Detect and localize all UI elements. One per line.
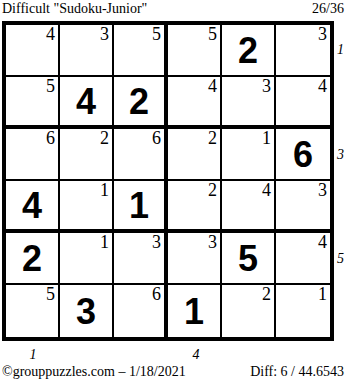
corner-mark: 4	[208, 77, 217, 95]
corner-mark: 1	[100, 233, 109, 251]
col-label-4: 4	[193, 348, 200, 362]
sudoku-grid: 4 3 5 5 2 3 5 4 2 4 3 4 6 2 6 2 1 6 4 1 …	[2, 21, 334, 341]
copyright-text: ©grouppuzzles.com – 1/18/2021	[2, 364, 186, 379]
cell-r3c4[interactable]: 2	[168, 129, 222, 181]
cell-r6c1[interactable]: 5	[6, 285, 60, 337]
cell-r6c3[interactable]: 6	[114, 285, 168, 337]
corner-mark: 2	[208, 181, 217, 199]
corner-mark: 3	[100, 25, 109, 43]
corner-mark: 1	[262, 129, 271, 147]
cell-r1c1[interactable]: 4	[6, 25, 60, 77]
corner-mark: 4	[262, 181, 271, 199]
corner-mark: 4	[318, 77, 327, 95]
cell-r4c4[interactable]: 2	[168, 181, 222, 233]
cell-r5c5[interactable]: 5	[222, 233, 276, 285]
cell-r5c3[interactable]: 3	[114, 233, 168, 285]
given-digit: 5	[238, 241, 258, 277]
cell-r2c1[interactable]: 5	[6, 77, 60, 129]
corner-mark: 6	[152, 285, 161, 303]
cell-r2c4[interactable]: 4	[168, 77, 222, 129]
cell-r6c6[interactable]: 1	[276, 285, 330, 337]
cell-r6c2[interactable]: 3	[60, 285, 114, 337]
cell-r2c5[interactable]: 3	[222, 77, 276, 129]
cell-r1c2[interactable]: 3	[60, 25, 114, 77]
given-digit: 2	[129, 84, 149, 120]
puzzle-index: 26/36	[312, 1, 344, 16]
corner-mark: 3	[152, 233, 161, 251]
given-digit: 4	[22, 188, 42, 224]
corner-mark: 2	[208, 129, 217, 147]
cell-r2c3[interactable]: 2	[114, 77, 168, 129]
cell-r5c6[interactable]: 4	[276, 233, 330, 285]
cell-r4c3[interactable]: 1	[114, 181, 168, 233]
corner-mark: 4	[46, 25, 55, 43]
corner-mark: 5	[46, 77, 55, 95]
cell-r5c4[interactable]: 3	[168, 233, 222, 285]
cell-r4c1[interactable]: 4	[6, 181, 60, 233]
cell-r5c1[interactable]: 2	[6, 233, 60, 285]
cell-r6c4[interactable]: 1	[168, 285, 222, 337]
puzzle-title: Difficult "Sudoku-Junior"	[2, 1, 147, 16]
difficulty-text: Diff: 6 / 44.6543	[250, 364, 344, 379]
cell-r6c5[interactable]: 2	[222, 285, 276, 337]
footer: ©grouppuzzles.com – 1/18/2021 Diff: 6 / …	[2, 364, 344, 379]
cell-r1c5[interactable]: 2	[222, 25, 276, 77]
corner-mark: 1	[318, 285, 327, 303]
corner-mark: 3	[262, 77, 271, 95]
given-digit: 3	[76, 294, 96, 330]
row-label-5: 5	[337, 252, 344, 266]
corner-mark: 1	[100, 181, 109, 199]
cell-r4c5[interactable]: 4	[222, 181, 276, 233]
col-label-1: 1	[30, 348, 37, 362]
given-digit: 4	[76, 84, 96, 120]
given-digit: 2	[238, 33, 258, 69]
corner-mark: 3	[318, 25, 327, 43]
cell-r3c6[interactable]: 6	[276, 129, 330, 181]
cell-r5c2[interactable]: 1	[60, 233, 114, 285]
row-label-3: 3	[337, 148, 344, 162]
cell-r4c6[interactable]: 3	[276, 181, 330, 233]
cell-r1c3[interactable]: 5	[114, 25, 168, 77]
cell-r3c5[interactable]: 1	[222, 129, 276, 181]
cell-r3c2[interactable]: 2	[60, 129, 114, 181]
cell-r2c2[interactable]: 4	[60, 77, 114, 129]
cell-r3c3[interactable]: 6	[114, 129, 168, 181]
header: Difficult "Sudoku-Junior" 26/36	[2, 1, 344, 16]
corner-mark: 5	[152, 25, 161, 43]
corner-mark: 3	[208, 233, 217, 251]
given-digit: 6	[293, 137, 313, 173]
corner-mark: 5	[208, 25, 217, 43]
row-label-1: 1	[337, 43, 344, 57]
corner-mark: 2	[262, 285, 271, 303]
corner-mark: 6	[152, 129, 161, 147]
cell-r1c4[interactable]: 5	[168, 25, 222, 77]
corner-mark: 2	[100, 129, 109, 147]
cell-r2c6[interactable]: 4	[276, 77, 330, 129]
given-digit: 1	[129, 188, 149, 224]
given-digit: 2	[22, 241, 42, 277]
cell-r4c2[interactable]: 1	[60, 181, 114, 233]
cell-r1c6[interactable]: 3	[276, 25, 330, 77]
corner-mark: 6	[46, 129, 55, 147]
corner-mark: 4	[318, 233, 327, 251]
corner-mark: 5	[46, 285, 55, 303]
cell-r3c1[interactable]: 6	[6, 129, 60, 181]
given-digit: 1	[184, 294, 204, 330]
corner-mark: 3	[318, 181, 327, 199]
